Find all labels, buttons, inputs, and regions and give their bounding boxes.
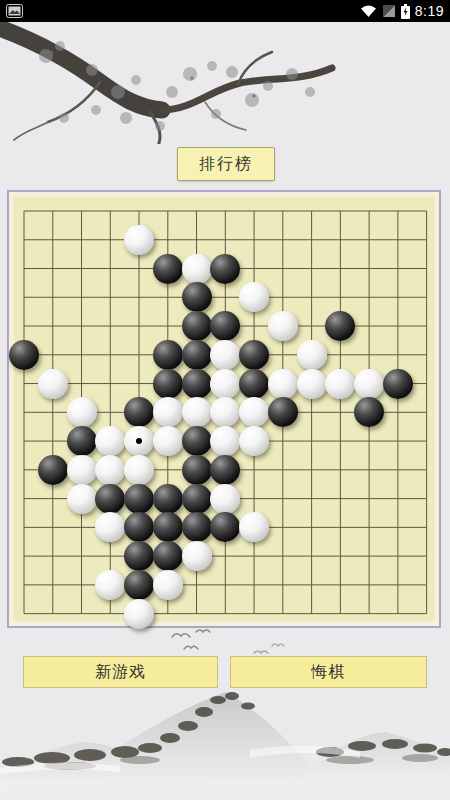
app-screen: 8:19 排行榜 [0, 0, 450, 800]
white-stone [182, 541, 212, 571]
black-stone [182, 484, 212, 514]
white-stone [210, 369, 240, 399]
black-stone [182, 455, 212, 485]
white-stone [95, 570, 125, 600]
white-stone [153, 426, 183, 456]
black-stone [182, 426, 212, 456]
white-stone [124, 426, 154, 456]
black-stone [383, 369, 413, 399]
black-stone [210, 455, 240, 485]
white-stone [67, 397, 97, 427]
black-stone [95, 484, 125, 514]
black-stone [153, 484, 183, 514]
undo-button-label: 悔棋 [312, 662, 346, 683]
white-stone [210, 340, 240, 370]
white-stone [38, 369, 68, 399]
white-stone [268, 369, 298, 399]
white-stone [297, 340, 327, 370]
white-stone [268, 311, 298, 341]
new-game-button-label: 新游戏 [95, 662, 146, 683]
white-stone [210, 484, 240, 514]
black-stone [153, 541, 183, 571]
screenshot-notification-icon [6, 4, 23, 18]
white-stone [297, 369, 327, 399]
white-stone [354, 369, 384, 399]
gomoku-board[interactable] [7, 190, 441, 628]
black-stone [124, 484, 154, 514]
white-stone [67, 484, 97, 514]
white-stone [182, 254, 212, 284]
white-stone [124, 225, 154, 255]
black-stone [124, 541, 154, 571]
white-stone [153, 570, 183, 600]
white-stone [124, 599, 154, 629]
no-sim-icon [382, 4, 396, 18]
white-stone [124, 455, 154, 485]
black-stone [153, 512, 183, 542]
wifi-icon [360, 4, 377, 18]
black-stone [9, 340, 39, 370]
white-stone [153, 397, 183, 427]
black-stone [153, 254, 183, 284]
white-stone [325, 369, 355, 399]
white-stone [67, 455, 97, 485]
status-bar: 8:19 [0, 0, 450, 22]
black-stone [182, 282, 212, 312]
board-play-area [9, 192, 439, 626]
birds-decoration [150, 627, 310, 657]
white-stone [182, 397, 212, 427]
clock-time: 8:19 [415, 3, 444, 19]
black-stone [239, 340, 269, 370]
black-stone [182, 369, 212, 399]
black-stone [239, 369, 269, 399]
black-stone [67, 426, 97, 456]
plum-blossom-painting [0, 22, 345, 144]
leaderboard-button[interactable]: 排行榜 [177, 147, 275, 181]
white-stone [239, 426, 269, 456]
black-stone [38, 455, 68, 485]
new-game-button[interactable]: 新游戏 [23, 656, 218, 688]
leaderboard-button-label: 排行榜 [199, 154, 253, 175]
black-stone [268, 397, 298, 427]
white-stone [95, 455, 125, 485]
black-stone [182, 340, 212, 370]
black-stone [182, 311, 212, 341]
black-stone [124, 570, 154, 600]
last-move-marker [136, 438, 142, 444]
black-stone [153, 369, 183, 399]
board-surface [14, 197, 434, 621]
black-stone [182, 512, 212, 542]
black-stone [153, 340, 183, 370]
undo-button[interactable]: 悔棋 [230, 656, 427, 688]
black-stone [210, 254, 240, 284]
battery-charging-icon [401, 4, 410, 19]
